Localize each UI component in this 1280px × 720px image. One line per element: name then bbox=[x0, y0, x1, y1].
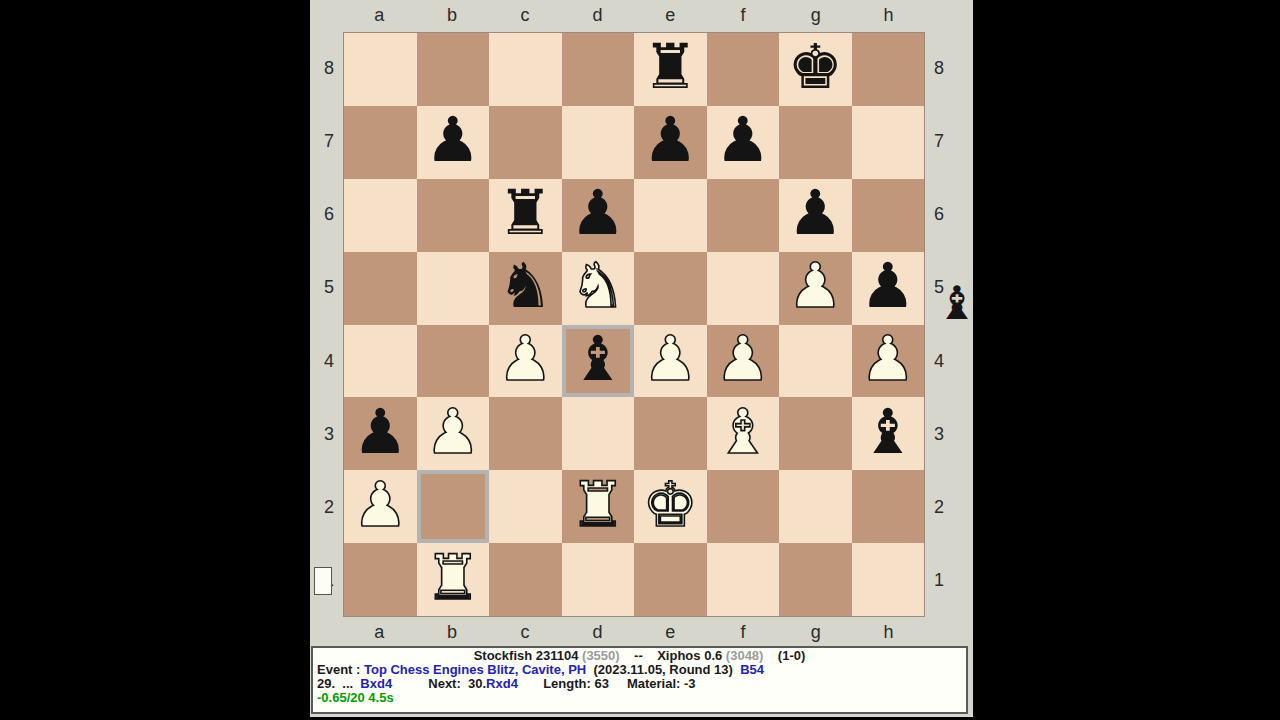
square-f8[interactable] bbox=[707, 33, 780, 106]
piece-black-pawn-h5[interactable]: ♟ bbox=[860, 255, 916, 317]
square-d2[interactable]: ♜ bbox=[562, 470, 635, 543]
rank-label-6: 6 bbox=[927, 178, 951, 251]
square-c2[interactable] bbox=[489, 470, 562, 543]
info-line-4: -0.65/20 4.5s bbox=[317, 691, 962, 705]
piece-white-bishop-f3[interactable]: ♝ bbox=[715, 401, 771, 463]
piece-black-pawn-g6[interactable]: ♟ bbox=[787, 182, 843, 244]
square-a2[interactable]: ♟ bbox=[344, 470, 417, 543]
square-a3[interactable]: ♟ bbox=[344, 397, 417, 470]
piece-white-rook-b1[interactable]: ♜ bbox=[425, 547, 481, 609]
piece-black-rook-e8[interactable]: ♜ bbox=[642, 36, 698, 98]
info-text-segment: Rxd4 bbox=[486, 676, 518, 691]
chess-board[interactable]: ♜♚♟♟♟♜♟♟♞♞♟♟♟♝♟♟♟♟♟♝♝♟♜♚♜ bbox=[343, 32, 925, 617]
square-b2[interactable] bbox=[417, 470, 490, 543]
info-text-segment: (1-0) bbox=[763, 648, 805, 663]
square-c8[interactable] bbox=[489, 33, 562, 106]
file-label-h: h bbox=[852, 2, 925, 28]
file-label-b: b bbox=[416, 2, 489, 28]
square-f6[interactable] bbox=[707, 179, 780, 252]
info-text-segment: (2023.11.05, Round 13) bbox=[586, 662, 740, 677]
file-label-h: h bbox=[852, 619, 925, 645]
piece-white-rook-d2[interactable]: ♜ bbox=[570, 474, 626, 536]
square-d7[interactable] bbox=[562, 106, 635, 179]
square-e3[interactable] bbox=[634, 397, 707, 470]
info-text-segment: -- bbox=[620, 648, 658, 663]
info-text-segment: B54 bbox=[740, 662, 764, 677]
square-a1[interactable] bbox=[344, 543, 417, 616]
square-e4[interactable]: ♟ bbox=[634, 325, 707, 398]
square-b6[interactable] bbox=[417, 179, 490, 252]
info-text-segment: Length: 63 Material: -3 bbox=[518, 676, 696, 691]
square-e5[interactable] bbox=[634, 252, 707, 325]
square-b3[interactable]: ♟ bbox=[417, 397, 490, 470]
square-c6[interactable]: ♜ bbox=[489, 179, 562, 252]
piece-black-knight-c5[interactable]: ♞ bbox=[497, 255, 553, 317]
square-e2[interactable]: ♚ bbox=[634, 470, 707, 543]
square-h5[interactable]: ♟ bbox=[852, 252, 925, 325]
piece-white-pawn-e4[interactable]: ♟ bbox=[642, 328, 698, 390]
square-g1[interactable] bbox=[779, 543, 852, 616]
square-g3[interactable] bbox=[779, 397, 852, 470]
file-labels-top: abcdefgh bbox=[343, 2, 925, 28]
piece-black-pawn-a3[interactable]: ♟ bbox=[352, 401, 408, 463]
info-text-segment: Next: 30. bbox=[392, 676, 486, 691]
piece-black-pawn-b7[interactable]: ♟ bbox=[425, 109, 481, 171]
file-label-g: g bbox=[780, 619, 853, 645]
square-g5[interactable]: ♟ bbox=[779, 252, 852, 325]
square-a5[interactable] bbox=[344, 252, 417, 325]
rank-label-3: 3 bbox=[927, 398, 951, 471]
info-text-segment: 29. ... bbox=[317, 676, 360, 691]
piece-black-rook-c6[interactable]: ♜ bbox=[497, 182, 553, 244]
piece-white-knight-d5[interactable]: ♞ bbox=[570, 255, 626, 317]
info-text-segment: Stockfish 231104 bbox=[474, 648, 582, 663]
square-b4[interactable] bbox=[417, 325, 490, 398]
info-text-segment: (3550) bbox=[582, 648, 620, 663]
rank-label-4: 4 bbox=[317, 325, 341, 398]
rank-labels-left: 87654321 bbox=[317, 32, 341, 617]
rank-label-2: 2 bbox=[317, 471, 341, 544]
file-label-e: e bbox=[634, 2, 707, 28]
square-g8[interactable]: ♚ bbox=[779, 33, 852, 106]
info-text-segment: -0.65/20 4.5s bbox=[317, 690, 394, 705]
square-d3[interactable] bbox=[562, 397, 635, 470]
square-d4[interactable]: ♝ bbox=[562, 325, 635, 398]
piece-white-pawn-h4[interactable]: ♟ bbox=[860, 328, 916, 390]
square-f2[interactable] bbox=[707, 470, 780, 543]
file-label-g: g bbox=[780, 2, 853, 28]
info-line-2: Event : Top Chess Engines Blitz, Cavite,… bbox=[317, 663, 962, 677]
square-c1[interactable] bbox=[489, 543, 562, 616]
file-label-e: e bbox=[634, 619, 707, 645]
game-info-panel: Stockfish 231104 (3550) -- Xiphos 0.6 (3… bbox=[311, 646, 968, 714]
rank-label-5: 5 bbox=[317, 251, 341, 324]
square-e6[interactable] bbox=[634, 179, 707, 252]
square-d6[interactable]: ♟ bbox=[562, 179, 635, 252]
square-f3[interactable]: ♝ bbox=[707, 397, 780, 470]
square-c7[interactable] bbox=[489, 106, 562, 179]
piece-white-king-e2[interactable]: ♚ bbox=[642, 474, 698, 536]
square-h1[interactable] bbox=[852, 543, 925, 616]
square-e8[interactable]: ♜ bbox=[634, 33, 707, 106]
piece-white-pawn-c4[interactable]: ♟ bbox=[497, 328, 553, 390]
square-f1[interactable] bbox=[707, 543, 780, 616]
file-label-f: f bbox=[707, 619, 780, 645]
piece-black-king-g8[interactable]: ♚ bbox=[787, 36, 843, 98]
rank-label-4: 4 bbox=[927, 325, 951, 398]
piece-black-bishop-d4[interactable]: ♝ bbox=[570, 328, 626, 390]
square-e7[interactable]: ♟ bbox=[634, 106, 707, 179]
square-b5[interactable] bbox=[417, 252, 490, 325]
square-h3[interactable]: ♝ bbox=[852, 397, 925, 470]
captured-bishop-icon: ♝ bbox=[937, 278, 977, 328]
piece-black-pawn-e7[interactable]: ♟ bbox=[642, 109, 698, 171]
square-f4[interactable]: ♟ bbox=[707, 325, 780, 398]
square-a4[interactable] bbox=[344, 325, 417, 398]
rank-label-8: 8 bbox=[317, 32, 341, 105]
square-f7[interactable]: ♟ bbox=[707, 106, 780, 179]
file-label-c: c bbox=[489, 619, 562, 645]
file-label-a: a bbox=[343, 619, 416, 645]
file-labels-bottom: abcdefgh bbox=[343, 619, 925, 645]
square-d5[interactable]: ♞ bbox=[562, 252, 635, 325]
piece-white-pawn-f4[interactable]: ♟ bbox=[715, 328, 771, 390]
rank-label-1: 1 bbox=[927, 544, 951, 617]
piece-black-pawn-d6[interactable]: ♟ bbox=[570, 182, 626, 244]
piece-black-bishop-h3[interactable]: ♝ bbox=[860, 401, 916, 463]
square-h4[interactable]: ♟ bbox=[852, 325, 925, 398]
square-c4[interactable]: ♟ bbox=[489, 325, 562, 398]
square-g2[interactable] bbox=[779, 470, 852, 543]
piece-white-pawn-b3[interactable]: ♟ bbox=[425, 401, 481, 463]
piece-black-pawn-f7[interactable]: ♟ bbox=[715, 109, 771, 171]
file-label-f: f bbox=[707, 2, 780, 28]
square-g4[interactable] bbox=[779, 325, 852, 398]
rank-label-6: 6 bbox=[317, 178, 341, 251]
square-e1[interactable] bbox=[634, 543, 707, 616]
square-a8[interactable] bbox=[344, 33, 417, 106]
square-h7[interactable] bbox=[852, 106, 925, 179]
rank-label-7: 7 bbox=[927, 105, 951, 178]
piece-white-pawn-a2[interactable]: ♟ bbox=[352, 474, 408, 536]
file-label-c: c bbox=[489, 2, 562, 28]
piece-white-pawn-g5[interactable]: ♟ bbox=[787, 255, 843, 317]
file-label-d: d bbox=[561, 2, 634, 28]
square-g6[interactable]: ♟ bbox=[779, 179, 852, 252]
viewer-content-area: abcdefgh abcdefgh 87654321 87654321 ♜♚♟♟… bbox=[310, 0, 973, 717]
square-b7[interactable]: ♟ bbox=[417, 106, 490, 179]
rank-label-2: 2 bbox=[927, 471, 951, 544]
file-label-a: a bbox=[343, 2, 416, 28]
square-d1[interactable] bbox=[562, 543, 635, 616]
square-h6[interactable] bbox=[852, 179, 925, 252]
square-h8[interactable] bbox=[852, 33, 925, 106]
info-text-segment: Xiphos 0.6 bbox=[657, 648, 726, 663]
square-h2[interactable] bbox=[852, 470, 925, 543]
info-text-segment: (3048) bbox=[726, 648, 764, 663]
square-c5[interactable]: ♞ bbox=[489, 252, 562, 325]
square-c3[interactable] bbox=[489, 397, 562, 470]
rank-label-7: 7 bbox=[317, 105, 341, 178]
info-line-3: 29. ... Bxd4 Next: 30.Rxd4 Length: 63 Ma… bbox=[317, 677, 962, 691]
square-d8[interactable] bbox=[562, 33, 635, 106]
info-text-segment: Bxd4 bbox=[360, 676, 392, 691]
square-b8[interactable] bbox=[417, 33, 490, 106]
white-to-move-indicator bbox=[314, 567, 332, 595]
file-label-d: d bbox=[561, 619, 634, 645]
file-label-b: b bbox=[416, 619, 489, 645]
square-a6[interactable] bbox=[344, 179, 417, 252]
info-line-1: Stockfish 231104 (3550) -- Xiphos 0.6 (3… bbox=[317, 649, 962, 663]
square-b1[interactable]: ♜ bbox=[417, 543, 490, 616]
info-text-segment: Event : bbox=[317, 662, 364, 677]
info-text-segment: Top Chess Engines Blitz, Cavite, PH bbox=[364, 662, 586, 677]
square-g7[interactable] bbox=[779, 106, 852, 179]
square-a7[interactable] bbox=[344, 106, 417, 179]
rank-label-3: 3 bbox=[317, 398, 341, 471]
square-f5[interactable] bbox=[707, 252, 780, 325]
rank-label-8: 8 bbox=[927, 32, 951, 105]
